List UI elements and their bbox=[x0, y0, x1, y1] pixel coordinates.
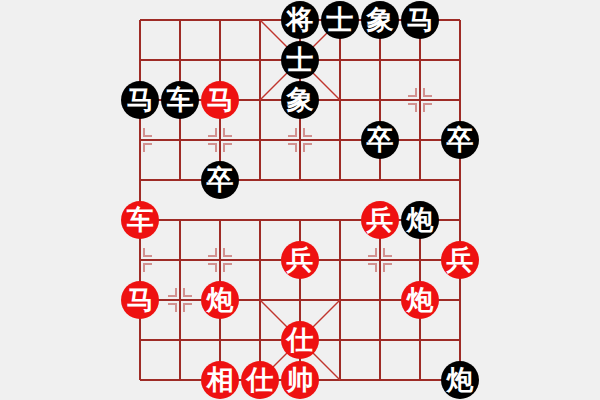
black-horse[interactable]: 马 bbox=[401, 1, 439, 39]
black-soldier[interactable]: 卒 bbox=[441, 121, 479, 159]
black-cannon[interactable]: 炮 bbox=[441, 361, 479, 399]
black-advisor[interactable]: 士 bbox=[321, 1, 359, 39]
black-elephant[interactable]: 象 bbox=[281, 81, 319, 119]
red-general[interactable]: 帅 bbox=[281, 361, 319, 399]
red-soldier[interactable]: 兵 bbox=[441, 241, 479, 279]
black-advisor[interactable]: 士 bbox=[281, 41, 319, 79]
black-horse[interactable]: 马 bbox=[121, 81, 159, 119]
red-soldier[interactable]: 兵 bbox=[361, 201, 399, 239]
xiangqi-app: 将士象马士马车马象卒卒卒车兵炮兵兵马炮炮仕相仕帅炮 bbox=[0, 0, 600, 400]
black-soldier[interactable]: 卒 bbox=[361, 121, 399, 159]
red-horse[interactable]: 马 bbox=[121, 281, 159, 319]
xiangqi-board[interactable]: 将士象马士马车马象卒卒卒车兵炮兵兵马炮炮仕相仕帅炮 bbox=[120, 0, 480, 400]
red-cannon[interactable]: 炮 bbox=[401, 281, 439, 319]
red-elephant[interactable]: 相 bbox=[201, 361, 239, 399]
red-advisor[interactable]: 仕 bbox=[281, 321, 319, 359]
black-elephant[interactable]: 象 bbox=[361, 1, 399, 39]
red-cannon[interactable]: 炮 bbox=[201, 281, 239, 319]
black-general[interactable]: 将 bbox=[281, 1, 319, 39]
red-soldier[interactable]: 兵 bbox=[281, 241, 319, 279]
black-cannon[interactable]: 炮 bbox=[401, 201, 439, 239]
red-advisor[interactable]: 仕 bbox=[241, 361, 279, 399]
black-soldier[interactable]: 卒 bbox=[201, 161, 239, 199]
red-chariot[interactable]: 车 bbox=[121, 201, 159, 239]
red-horse[interactable]: 马 bbox=[201, 81, 239, 119]
black-chariot[interactable]: 车 bbox=[161, 81, 199, 119]
